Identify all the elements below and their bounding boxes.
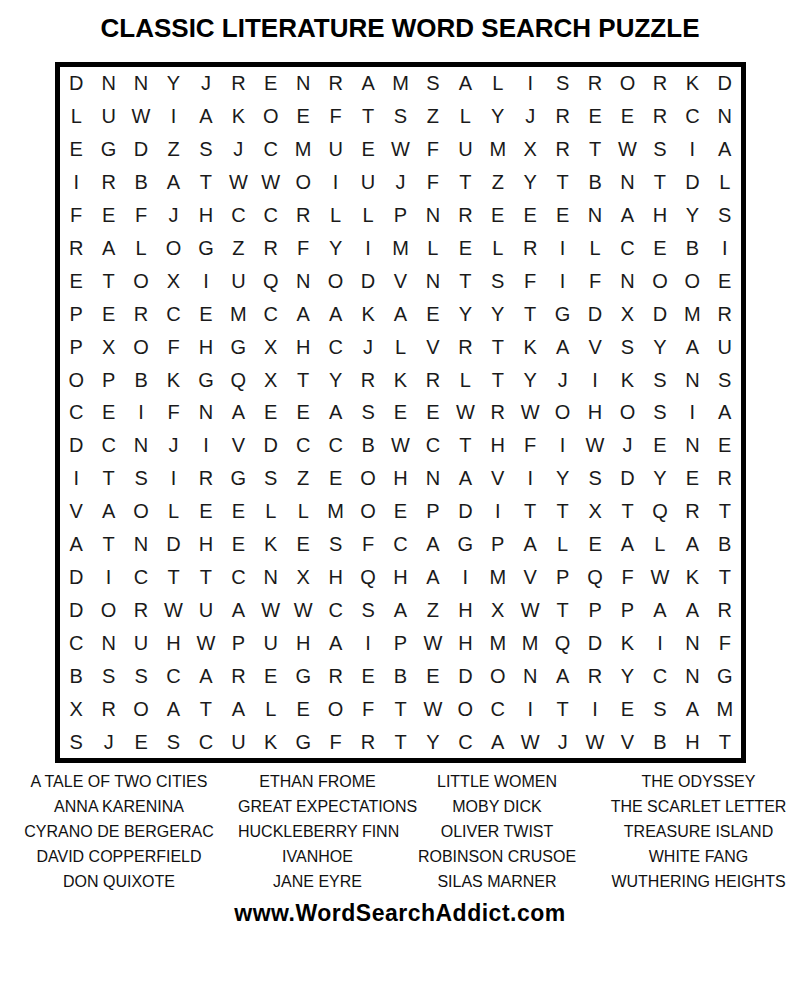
grid-cell: S [611,330,643,363]
grid-cell: Z [287,462,319,495]
grid-cell: L [384,330,416,363]
grid-cell: H [644,199,676,232]
grid-cell: B [709,528,741,561]
grid-cell: F [287,232,319,265]
grid-cell: E [319,462,351,495]
grid-cell: T [449,429,481,462]
grid-cell: M [709,692,741,725]
grid-cell: L [125,232,157,265]
grid-cell: O [125,330,157,363]
grid-cell: V [611,725,643,758]
grid-cell: Z [222,232,254,265]
grid-cell: K [384,363,416,396]
grid-cell: C [287,429,319,462]
grid-cell: R [125,297,157,330]
grid-cell: R [60,232,92,265]
grid-cell: H [482,429,514,462]
grid-cell: C [255,297,287,330]
grid-cell: V [60,495,92,528]
grid-cell: W [579,429,611,462]
grid-cell: H [579,396,611,429]
grid-cell: R [352,363,384,396]
grid-cell: J [514,100,546,133]
grid-cell: I [157,100,189,133]
grid-cell: E [709,264,741,297]
grid-cell: E [255,67,287,100]
grid-cell: R [579,659,611,692]
grid-cell: A [190,100,222,133]
grid-cell: T [384,725,416,758]
grid-cell: O [287,166,319,199]
grid-cell: L [546,528,578,561]
grid-cell: N [125,429,157,462]
grid-cell: I [514,462,546,495]
grid-cell: A [352,67,384,100]
grid-cell: O [125,692,157,725]
grid-cell: Z [417,593,449,626]
grid-cell: W [449,396,481,429]
grid-cell: R [222,67,254,100]
grid-cell: D [676,166,708,199]
grid-cell: L [482,232,514,265]
grid-cell: S [352,396,384,429]
grid-cell: I [157,462,189,495]
grid-cell: R [514,232,546,265]
grid-cell: J [157,199,189,232]
word-list-item: GREAT EXPECTATIONS [238,794,397,819]
grid-cell: E [352,133,384,166]
grid-cell: E [644,429,676,462]
grid-cell: A [546,330,578,363]
word-list-item: ETHAN FROME [238,769,397,794]
grid-cell: N [611,264,643,297]
grid-cell: R [449,330,481,363]
grid-cell: I [352,626,384,659]
grid-cell: S [644,363,676,396]
grid-cell: H [190,330,222,363]
grid-cell: A [319,396,351,429]
grid-cell: I [514,67,546,100]
grid-cell: B [579,166,611,199]
grid-cell: P [60,297,92,330]
grid-cell: O [60,363,92,396]
grid-cell: R [319,67,351,100]
grid-cell: L [255,495,287,528]
grid-cell: H [157,626,189,659]
grid-cell: E [482,199,514,232]
grid-cell: E [287,692,319,725]
grid-cell: U [319,133,351,166]
grid-cell: E [287,528,319,561]
grid-cell: X [611,297,643,330]
grid-cell: E [60,133,92,166]
grid-cell: W [579,725,611,758]
grid-cell: H [190,199,222,232]
grid-cell: C [449,725,481,758]
grid-cell: L [287,495,319,528]
grid-cell: F [514,264,546,297]
grid-cell: Y [644,462,676,495]
grid-cell: S [644,396,676,429]
grid-cell: A [287,297,319,330]
grid-cell: W [222,166,254,199]
word-list-item: DON QUIXOTE [0,869,238,894]
grid-cell: H [384,462,416,495]
grid-cell: T [92,528,124,561]
grid-cell: R [449,199,481,232]
grid-cell: E [384,495,416,528]
grid-cell: G [222,462,254,495]
grid-cell: R [319,659,351,692]
grid-cell: I [319,166,351,199]
grid-cell: C [255,133,287,166]
grid-cell: K [222,100,254,133]
grid-cell: R [255,232,287,265]
grid-cell: X [92,330,124,363]
grid-cell: Y [514,166,546,199]
grid-cell: Q [546,626,578,659]
grid-cell: D [125,133,157,166]
grid-cell: A [157,692,189,725]
grid-cell: Z [157,133,189,166]
grid-cell: J [546,725,578,758]
grid-cell: Q [579,561,611,594]
grid-cell: N [514,659,546,692]
grid-cell: S [92,659,124,692]
grid-cell: X [514,133,546,166]
grid-cell: I [482,495,514,528]
grid-cell: C [319,429,351,462]
grid-cell: J [611,429,643,462]
grid-cell: T [611,495,643,528]
grid-cell: R [644,100,676,133]
grid-cell: T [190,166,222,199]
grid-cell: N [125,528,157,561]
grid-cell: Y [449,297,481,330]
grid-cell: J [384,166,416,199]
grid-cell: L [579,232,611,265]
grid-cell: S [546,67,578,100]
grid-cell: X [579,495,611,528]
grid-cell: H [287,626,319,659]
grid-cell: T [352,100,384,133]
grid-cell: N [92,67,124,100]
grid-cell: I [644,626,676,659]
grid-cell: K [255,528,287,561]
grid-cell: Y [157,67,189,100]
grid-cell: L [60,100,92,133]
grid-cell: F [417,166,449,199]
grid-cell: X [255,330,287,363]
grid-cell: B [60,659,92,692]
grid-cell: E [644,232,676,265]
grid-cell: S [157,725,189,758]
grid-cell: U [449,133,481,166]
grid-cell: N [676,626,708,659]
grid-cell: B [125,363,157,396]
grid-cell: C [384,528,416,561]
grid-cell: Y [546,462,578,495]
word-list-column-1: A TALE OF TWO CITIESANNA KARENINACYRANO … [0,769,238,894]
grid-cell: X [287,561,319,594]
word-search-board: DNNYJRENRAMSALISRORKDLUWIAKOEFTSZLYJREER… [55,62,746,763]
grid-cell: A [676,593,708,626]
word-list-item: MOBY DICK [397,794,597,819]
grid-cell: S [125,659,157,692]
grid-cell: N [190,396,222,429]
grid-cell: I [514,692,546,725]
grid-cell: R [417,363,449,396]
grid-cell: T [449,264,481,297]
grid-cell: J [222,133,254,166]
grid-cell: E [579,528,611,561]
grid-cell: M [676,297,708,330]
grid-cell: S [60,725,92,758]
grid-cell: C [319,593,351,626]
grid-cell: N [125,67,157,100]
grid-cell: T [546,166,578,199]
grid-cell: O [611,67,643,100]
grid-cell: G [92,133,124,166]
grid-cell: D [709,67,741,100]
grid-cell: V [579,330,611,363]
grid-cell: A [644,593,676,626]
grid-cell: Q [222,363,254,396]
grid-cell: C [417,429,449,462]
grid-cell: T [449,166,481,199]
grid-cell: S [125,462,157,495]
grid-cell: N [676,659,708,692]
grid-cell: O [319,692,351,725]
grid-cell: E [449,232,481,265]
grid-cell: K [676,67,708,100]
grid-cell: R [287,199,319,232]
grid-cell: W [514,593,546,626]
grid-cell: Z [417,100,449,133]
grid-cell: Q [352,561,384,594]
grid-cell: K [611,626,643,659]
grid-cell: H [319,561,351,594]
grid-cell: T [190,692,222,725]
grid-cell: A [449,462,481,495]
grid-cell: E [190,297,222,330]
grid-cell: E [190,495,222,528]
grid-cell: O [92,593,124,626]
grid-cell: I [449,561,481,594]
grid-cell: J [92,725,124,758]
grid-cell: S [384,100,416,133]
grid-cell: I [676,396,708,429]
grid-cell: A [319,297,351,330]
word-list-item: THE ODYSSEY [597,769,800,794]
grid-cell: N [255,561,287,594]
word-list-item: SILAS MARNER [397,869,597,894]
grid-cell: C [482,692,514,725]
grid-cell: W [644,561,676,594]
grid-cell: L [482,67,514,100]
grid-cell: E [255,659,287,692]
grid-cell: J [352,330,384,363]
grid-cell: E [92,199,124,232]
grid-cell: G [190,363,222,396]
grid-cell: M [384,232,416,265]
grid-cell: A [222,692,254,725]
grid-cell: T [709,495,741,528]
grid-cell: I [60,166,92,199]
grid-cell: O [125,264,157,297]
grid-cell: E [60,264,92,297]
grid-cell: O [352,462,384,495]
grid-cell: X [157,264,189,297]
grid-cell: W [384,429,416,462]
grid-cell: Y [319,363,351,396]
grid-cell: C [222,561,254,594]
grid-cell: W [255,166,287,199]
grid-cell: A [709,396,741,429]
grid-cell: W [384,133,416,166]
grid-cell: U [92,100,124,133]
grid-cell: A [384,297,416,330]
grid-cell: E [352,659,384,692]
grid-cell: I [579,692,611,725]
grid-cell: P [546,561,578,594]
grid-cell: C [319,330,351,363]
grid-cell: Y [611,659,643,692]
grid-cell: C [611,232,643,265]
grid-cell: D [60,561,92,594]
grid-cell: R [482,396,514,429]
grid-cell: L [255,692,287,725]
grid-cell: P [384,626,416,659]
grid-cell: A [676,330,708,363]
grid-cell: V [417,330,449,363]
grid-cell: R [546,100,578,133]
grid-cell: A [384,593,416,626]
word-list-item: THE SCARLET LETTER [597,794,800,819]
grid-cell: D [449,495,481,528]
grid-cell: T [482,330,514,363]
grid-cell: S [644,692,676,725]
grid-cell: S [190,133,222,166]
grid-cell: O [157,232,189,265]
grid-cell: O [352,495,384,528]
grid-cell: E [709,429,741,462]
grid-cell: V [384,264,416,297]
grid-cell: Y [644,330,676,363]
grid-cell: P [417,495,449,528]
grid-cell: O [546,396,578,429]
grid-cell: D [644,297,676,330]
grid-cell: B [676,232,708,265]
grid-cell: J [157,429,189,462]
word-list-item: ROBINSON CRUSOE [397,844,597,869]
grid-cell: F [352,528,384,561]
grid-cell: M [482,561,514,594]
grid-cell: A [222,593,254,626]
word-list-column-4: THE ODYSSEYTHE SCARLET LETTERTREASURE IS… [597,769,800,894]
grid-cell: W [417,692,449,725]
grid-cell: T [579,133,611,166]
grid-cell: U [222,264,254,297]
grid-cell: O [611,396,643,429]
grid-cell: A [417,528,449,561]
grid-cell: W [190,626,222,659]
word-list-item: CYRANO DE BERGERAC [0,819,238,844]
grid-cell: R [92,692,124,725]
grid-cell: E [546,199,578,232]
grid-cell: I [546,232,578,265]
grid-cell: T [546,692,578,725]
grid-cell: A [709,133,741,166]
grid-cell: D [579,297,611,330]
grid-cell: F [352,692,384,725]
grid-cell: N [709,100,741,133]
grid-cell: L [157,495,189,528]
grid-cell: S [352,593,384,626]
word-list-item: TREASURE ISLAND [597,819,800,844]
grid-cell: S [319,528,351,561]
grid-cell: R [222,659,254,692]
grid-cell: N [417,264,449,297]
grid-cell: H [287,330,319,363]
grid-cell: A [676,692,708,725]
grid-cell: W [255,593,287,626]
grid-cell: W [514,396,546,429]
grid-cell: E [384,396,416,429]
grid-cell: P [579,593,611,626]
grid-cell: D [60,67,92,100]
grid-cell: E [125,725,157,758]
grid-cell: I [60,462,92,495]
grid-cell: W [125,100,157,133]
grid-cell: T [190,561,222,594]
grid-cell: D [157,528,189,561]
word-list-item: LITTLE WOMEN [397,769,597,794]
grid-cell: T [482,363,514,396]
grid-cell: K [611,363,643,396]
grid-cell: G [287,725,319,758]
grid-cell: A [417,561,449,594]
word-list-item: OLIVER TWIST [397,819,597,844]
grid-cell: Z [482,166,514,199]
grid-cell: C [60,626,92,659]
grid-cell: R [676,495,708,528]
grid-cell: F [60,199,92,232]
grid-cell: N [417,462,449,495]
grid-cell: V [222,429,254,462]
grid-cell: D [60,593,92,626]
grid-cell: E [514,199,546,232]
grid-cell: H [384,561,416,594]
grid-cell: O [125,495,157,528]
grid-cell: G [190,232,222,265]
grid-cell: C [644,659,676,692]
grid-cell: U [709,330,741,363]
grid-cell: K [352,297,384,330]
grid-cell: W [417,626,449,659]
grid-cell: E [287,396,319,429]
grid-cell: L [352,199,384,232]
grid-cell: T [709,561,741,594]
grid-cell: A [92,232,124,265]
grid-cell: A [611,199,643,232]
grid-cell: I [125,396,157,429]
grid-cell: E [611,100,643,133]
grid-cell: N [417,199,449,232]
grid-cell: X [482,593,514,626]
grid-cell: H [190,528,222,561]
grid-cell: S [709,363,741,396]
